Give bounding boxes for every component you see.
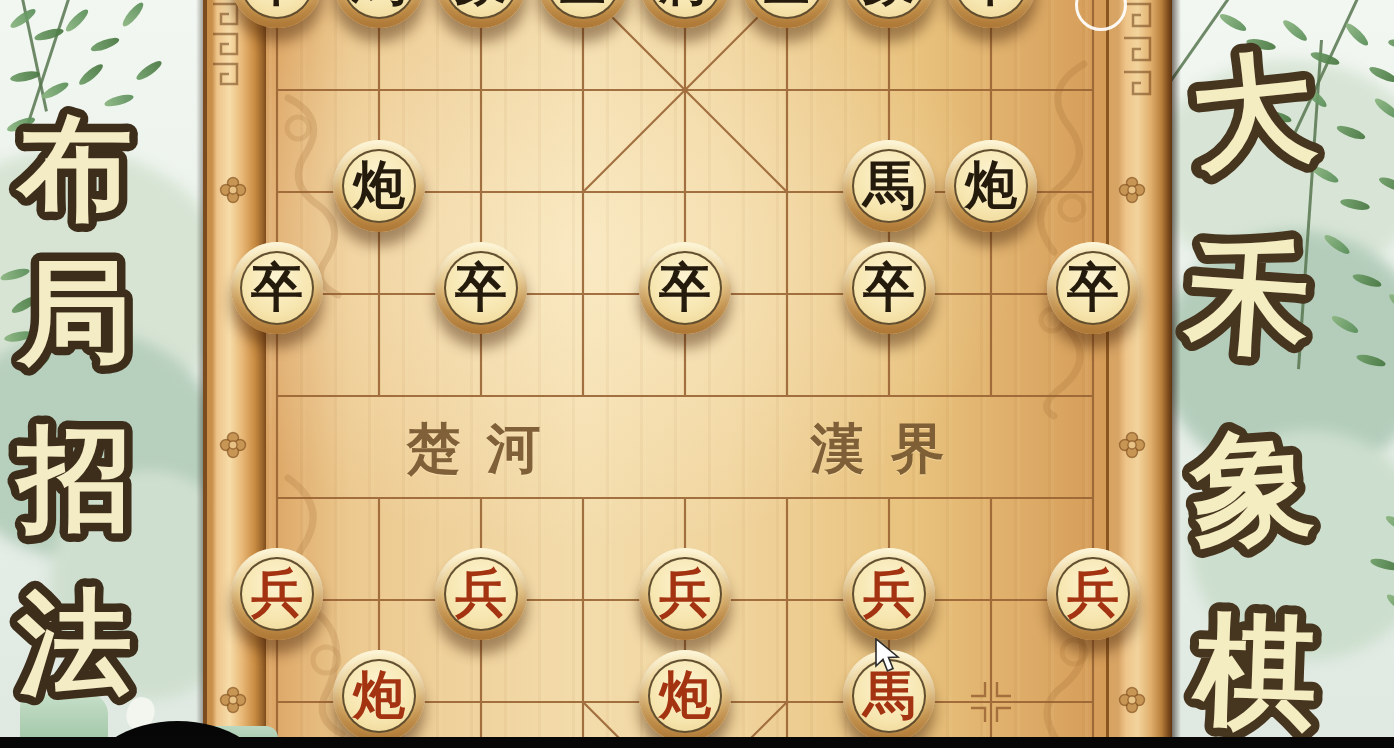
board-frame-left [203,0,266,748]
piece-face: 車 [240,0,314,19]
piece-face: 兵 [648,557,722,631]
piece-red-f9r7[interactable]: 兵 [1047,548,1139,640]
piece-glyph: 炮 [353,669,405,721]
piece-face: 象 [444,0,518,19]
piece-face: 兵 [1056,557,1130,631]
piece-glyph: 兵 [863,567,915,619]
meander-ornament [1120,0,1160,120]
piece-black-f3r4[interactable]: 卒 [435,242,527,334]
piece-red-f2r8[interactable]: 炮 [333,650,425,742]
piece-red-f5r7[interactable]: 兵 [639,548,731,640]
rosette-ornament [219,431,247,459]
piece-face: 兵 [852,557,926,631]
piece-red-f1r7[interactable]: 兵 [231,548,323,640]
piece-black-f8r3[interactable]: 炮 [945,140,1037,232]
piece-glyph: 兵 [659,567,711,619]
piece-face: 士 [546,0,620,19]
piece-black-f9r4[interactable]: 卒 [1047,242,1139,334]
right-panel [1170,0,1394,748]
scene: 楚河 漢界 車馬象士將士象車炮馬炮卒卒卒卒卒兵兵兵兵兵炮炮馬 布 局 招 法 大… [0,0,1394,748]
piece-face: 卒 [648,251,722,325]
piece-glyph: 炮 [965,159,1017,211]
piece-red-f3r7[interactable]: 兵 [435,548,527,640]
board-shadow [1172,0,1181,748]
piece-black-f7r4[interactable]: 卒 [843,242,935,334]
piece-glyph: 炮 [353,159,405,211]
rosette-ornament [1118,686,1146,714]
piece-red-f5r8[interactable]: 炮 [639,650,731,742]
piece-face: 炮 [954,149,1028,223]
piece-glyph: 象 [455,0,507,7]
board-frame-right [1106,0,1172,748]
mountain [1190,430,1394,660]
piece-glyph: 將 [659,0,711,7]
xiangqi-board-field[interactable]: 楚河 漢界 車馬象士將士象車炮馬炮卒卒卒卒卒兵兵兵兵兵炮炮馬 [266,0,1106,748]
piece-black-f1r4[interactable]: 卒 [231,242,323,334]
piece-glyph: 卒 [863,261,915,313]
piece-glyph: 兵 [251,567,303,619]
piece-glyph: 象 [863,0,915,7]
river-label-right: 漢界 [798,413,971,486]
piece-glyph: 炮 [659,669,711,721]
piece-black-f7r3[interactable]: 馬 [843,140,935,232]
piece-face: 將 [648,0,722,19]
piece-glyph: 馬 [863,669,915,721]
piece-face: 兵 [444,557,518,631]
piece-black-f2r3[interactable]: 炮 [333,140,425,232]
piece-glyph: 馬 [353,0,405,7]
piece-face: 車 [954,0,1028,19]
piece-red-f7r7[interactable]: 兵 [843,548,935,640]
piece-face: 馬 [852,149,926,223]
piece-face: 炮 [342,149,416,223]
piece-glyph: 卒 [455,261,507,313]
piece-face: 卒 [1056,251,1130,325]
piece-face: 卒 [240,251,314,325]
rosette-ornament [1118,431,1146,459]
piece-glyph: 車 [965,0,1017,7]
piece-glyph: 卒 [251,261,303,313]
piece-glyph: 兵 [455,567,507,619]
river-label-left: 楚河 [394,413,567,486]
rosette-ornament [219,176,247,204]
bottom-bar [0,737,1394,748]
mouse-cursor [874,638,904,676]
piece-glyph: 兵 [1067,567,1119,619]
piece-glyph: 卒 [659,261,711,313]
piece-face: 炮 [648,659,722,733]
piece-glyph: 車 [251,0,303,7]
piece-face: 馬 [342,0,416,19]
board-shadow [196,0,203,748]
piece-face: 卒 [444,251,518,325]
piece-glyph: 馬 [863,159,915,211]
piece-black-f5r4[interactable]: 卒 [639,242,731,334]
piece-face: 士 [750,0,824,19]
piece-face: 卒 [852,251,926,325]
rosette-ornament [219,686,247,714]
piece-face: 炮 [342,659,416,733]
piece-glyph: 士 [557,0,609,7]
piece-glyph: 卒 [1067,261,1119,313]
piece-face: 象 [852,0,926,19]
piece-glyph: 士 [761,0,813,7]
rosette-ornament [1118,176,1146,204]
piece-face: 兵 [240,557,314,631]
